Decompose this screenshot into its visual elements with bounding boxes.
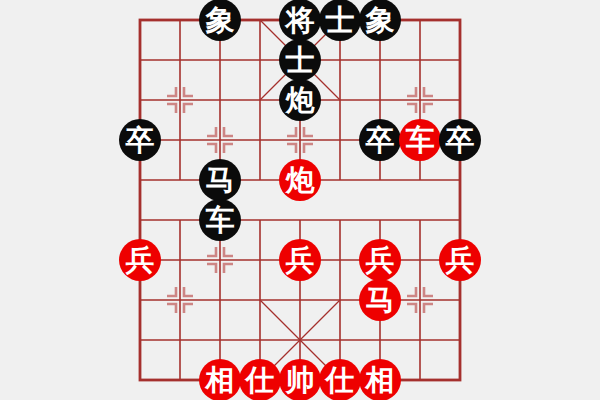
piece-black-advisor[interactable]: 士: [319, 0, 361, 41]
piece-red-soldier[interactable]: 兵: [439, 239, 481, 281]
piece-red-soldier[interactable]: 兵: [119, 239, 161, 281]
piece-black-horse[interactable]: 马: [199, 159, 241, 201]
piece-black-soldier[interactable]: 卒: [119, 119, 161, 161]
piece-red-soldier[interactable]: 兵: [359, 239, 401, 281]
piece-black-cannon[interactable]: 炮: [279, 79, 321, 121]
piece-red-elephant[interactable]: 相: [199, 359, 241, 400]
piece-black-general[interactable]: 将: [279, 0, 321, 41]
piece-red-advisor[interactable]: 仕: [239, 359, 281, 400]
piece-black-chariot[interactable]: 车: [199, 199, 241, 241]
piece-red-soldier[interactable]: 兵: [279, 239, 321, 281]
xiangqi-app-background: 象将士象士炮卒卒车卒马炮车兵兵兵兵马相仕帅仕相: [0, 0, 600, 400]
piece-black-soldier[interactable]: 卒: [439, 119, 481, 161]
piece-red-advisor[interactable]: 仕: [319, 359, 361, 400]
piece-black-soldier[interactable]: 卒: [359, 119, 401, 161]
piece-red-chariot[interactable]: 车: [399, 119, 441, 161]
pieces-layer: 象将士象士炮卒卒车卒马炮车兵兵兵兵马相仕帅仕相: [0, 0, 600, 400]
piece-red-cannon[interactable]: 炮: [279, 159, 321, 201]
piece-red-general[interactable]: 帅: [279, 359, 321, 400]
piece-red-horse[interactable]: 马: [359, 279, 401, 321]
piece-black-elephant[interactable]: 象: [199, 0, 241, 41]
piece-red-elephant[interactable]: 相: [359, 359, 401, 400]
piece-black-advisor[interactable]: 士: [279, 39, 321, 81]
piece-black-elephant[interactable]: 象: [359, 0, 401, 41]
